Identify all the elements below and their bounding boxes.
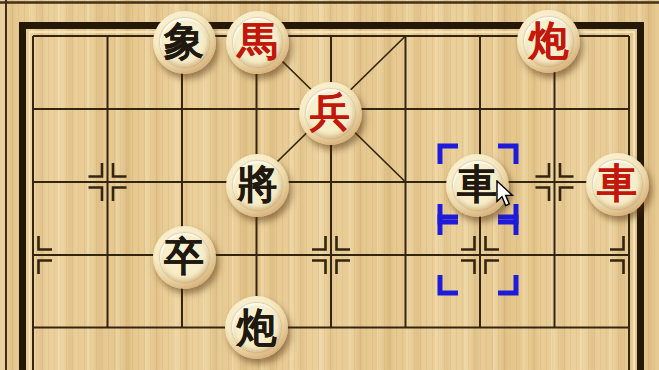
piece-black-cannon[interactable]: 炮 xyxy=(225,296,288,359)
piece-glyph-black-chariot: 車 xyxy=(457,164,497,204)
piece-face: 車 xyxy=(453,161,502,210)
piece-glyph-red-horse: 馬 xyxy=(238,21,278,61)
piece-glyph-black-general: 將 xyxy=(238,164,278,204)
piece-glyph-black-soldier: 卒 xyxy=(164,236,204,276)
piece-face: 車 xyxy=(593,160,642,209)
piece-red-chariot[interactable]: 車 xyxy=(586,153,649,216)
piece-glyph-red-chariot: 車 xyxy=(597,163,637,203)
piece-face: 炮 xyxy=(524,17,573,66)
piece-red-cannon[interactable]: 炮 xyxy=(517,10,580,73)
piece-black-soldier[interactable]: 卒 xyxy=(153,226,216,289)
piece-face: 兵 xyxy=(306,89,355,138)
piece-face: 炮 xyxy=(232,303,281,352)
piece-black-general[interactable]: 將 xyxy=(226,154,289,217)
piece-glyph-black-elephant: 象 xyxy=(164,21,204,61)
pieces-layer: 象馬炮兵將車車卒炮 xyxy=(0,0,659,370)
piece-face: 將 xyxy=(233,161,282,210)
mouse-cursor-icon xyxy=(496,180,518,208)
piece-red-horse[interactable]: 馬 xyxy=(226,11,289,74)
piece-glyph-black-cannon: 炮 xyxy=(237,307,277,347)
piece-glyph-red-soldier: 兵 xyxy=(310,92,350,132)
piece-face: 象 xyxy=(160,18,209,67)
piece-face: 馬 xyxy=(233,18,282,67)
piece-glyph-red-cannon: 炮 xyxy=(529,20,569,60)
piece-red-soldier[interactable]: 兵 xyxy=(299,82,362,145)
piece-black-elephant[interactable]: 象 xyxy=(153,11,216,74)
xiangqi-board: 象馬炮兵將車車卒炮 xyxy=(0,0,659,370)
piece-face: 卒 xyxy=(160,233,209,282)
